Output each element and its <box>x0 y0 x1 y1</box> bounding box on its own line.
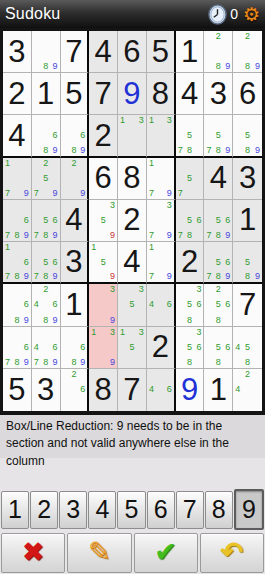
candidate-marks: 26 <box>61 369 88 411</box>
cell-r7c1[interactable]: 689 <box>3 284 32 326</box>
given-number: 7 <box>89 73 117 114</box>
given-number: 1 <box>204 369 232 411</box>
given-number: 4 <box>204 158 232 199</box>
cell-r1c2[interactable]: 89 <box>32 31 61 73</box>
candidate-marks: 3568 <box>176 327 204 368</box>
candidate-marks: 179 <box>147 242 174 282</box>
cell-r2c4[interactable]: 7 <box>89 73 118 115</box>
cell-r2c5[interactable]: 9 <box>118 73 147 115</box>
cell-r3c2[interactable]: 689 <box>32 115 61 157</box>
candidate-marks: 689 <box>3 284 31 325</box>
candidate-marks: 6789 <box>3 327 31 368</box>
candidate-marks: 29 <box>61 158 88 199</box>
candidate-marks: 13 <box>118 115 146 155</box>
entered-number: 9 <box>176 369 204 411</box>
numpad-2[interactable]: 2 <box>30 491 58 529</box>
candidate-marks: 689 <box>61 327 88 368</box>
checkmark-icon: ✔ <box>154 539 177 566</box>
cell-r1c5[interactable]: 6 <box>118 31 147 73</box>
numpad-6[interactable]: 6 <box>147 491 175 529</box>
cell-r5c4[interactable]: 359 <box>89 200 118 242</box>
cell-r5c3[interactable]: 4 <box>61 200 90 242</box>
given-number: 7 <box>118 369 146 411</box>
given-number: 2 <box>3 73 31 114</box>
candidate-marks: 159 <box>89 242 117 282</box>
cell-r6c8[interactable]: 56789 <box>204 242 233 284</box>
given-number: 8 <box>118 158 146 199</box>
numpad-5[interactable]: 5 <box>117 491 145 529</box>
cell-r7c2[interactable]: 24689 <box>32 284 61 326</box>
candidate-marks: 359 <box>89 200 117 241</box>
cell-r9c5[interactable]: 7 <box>118 369 147 411</box>
cell-r9c1[interactable]: 5 <box>3 369 32 411</box>
cell-r8c1[interactable]: 6789 <box>3 327 32 369</box>
cell-r7c3[interactable]: 1 <box>61 284 90 326</box>
cell-r6c1[interactable]: 16789 <box>3 242 32 284</box>
cell-r2c1[interactable]: 2 <box>3 73 32 115</box>
given-number: 1 <box>176 31 204 72</box>
given-number: 2 <box>147 327 174 368</box>
candidate-marks: 2579 <box>32 158 60 199</box>
pencil-button[interactable]: ✎ <box>67 533 131 573</box>
given-number: 3 <box>61 242 88 282</box>
candidate-marks: 179 <box>147 158 174 199</box>
cell-r5c6[interactable]: 379 <box>147 200 176 242</box>
cell-r2c2[interactable]: 1 <box>32 73 61 115</box>
candidate-marks: 56789 <box>32 242 60 282</box>
cell-r8c5[interactable]: 135 <box>118 327 147 369</box>
cell-r9c2[interactable]: 3 <box>32 369 61 411</box>
cell-r7c6[interactable]: 46 <box>147 284 176 326</box>
given-number: 3 <box>32 369 60 411</box>
cell-r8c7[interactable]: 3568 <box>176 327 205 369</box>
cell-r8c6[interactable]: 2 <box>147 327 176 369</box>
cell-r3c1[interactable]: 4 <box>3 115 32 157</box>
given-number: 7 <box>233 284 262 325</box>
given-number: 2 <box>89 115 117 155</box>
given-number: 5 <box>147 31 174 72</box>
candidate-marks: 578 <box>176 115 204 155</box>
given-number: 3 <box>233 158 262 199</box>
numpad-7[interactable]: 7 <box>176 491 204 529</box>
candidate-marks: 2568 <box>204 284 232 325</box>
given-number: 4 <box>89 31 117 72</box>
candidate-marks: 57 <box>176 158 204 199</box>
candidate-marks: 24 <box>233 369 262 411</box>
cell-r3c6[interactable]: 13 <box>147 115 176 157</box>
cell-r3c4[interactable]: 2 <box>89 115 118 157</box>
cell-r3c8[interactable]: 5789 <box>204 115 233 157</box>
cell-r6c3[interactable]: 3 <box>61 242 90 284</box>
gear-icon[interactable]: ⚙ <box>243 5 260 24</box>
entered-number: 9 <box>118 73 146 114</box>
numpad-8[interactable]: 8 <box>205 491 233 529</box>
pencil-icon: ✎ <box>88 539 111 566</box>
cell-r8c3[interactable]: 689 <box>61 327 90 369</box>
given-number: 4 <box>61 200 88 241</box>
given-number: 5 <box>61 73 88 114</box>
given-number: 2 <box>176 242 204 282</box>
given-number: 5 <box>3 369 31 411</box>
toolbar: ✖ ✎ ✔ ↶ <box>0 531 265 574</box>
cell-r4c9[interactable]: 3 <box>233 158 262 200</box>
candidate-marks: 13 <box>147 115 174 155</box>
candidate-marks: 589 <box>233 242 262 282</box>
cell-r9c8[interactable]: 1 <box>204 369 233 411</box>
red-x-icon: ✖ <box>22 539 45 566</box>
cell-r6c9[interactable]: 589 <box>233 242 262 284</box>
candidate-marks: 46 <box>147 284 174 325</box>
candidate-marks: 6789 <box>3 200 31 241</box>
title-bar: Sudoku 0 ⚙ <box>0 0 265 28</box>
cell-r4c4[interactable]: 6 <box>89 158 118 200</box>
given-number: 3 <box>204 73 232 114</box>
candidate-marks: 568 <box>204 327 232 368</box>
cell-r1c7[interactable]: 1 <box>176 31 205 73</box>
cell-r8c9[interactable]: 458 <box>233 327 262 369</box>
cell-r4c6[interactable]: 179 <box>147 158 176 200</box>
cell-r8c2[interactable]: 46789 <box>32 327 61 369</box>
cell-r9c9[interactable]: 24 <box>233 369 262 411</box>
cell-r5c5[interactable]: 2 <box>118 200 147 242</box>
candidate-marks: 39 <box>89 284 117 325</box>
cell-r6c6[interactable]: 179 <box>147 242 176 284</box>
cell-r1c6[interactable]: 5 <box>147 31 176 73</box>
candidate-marks: 458 <box>233 327 262 368</box>
timer-value: 0 <box>230 6 238 22</box>
undo-button[interactable]: ↶ <box>200 533 264 573</box>
numpad-3[interactable]: 3 <box>59 491 87 529</box>
cell-r9c7[interactable]: 9 <box>176 369 205 411</box>
given-number: 6 <box>118 31 146 72</box>
cell-r2c3[interactable]: 5 <box>61 73 90 115</box>
clock-icon <box>208 4 227 25</box>
given-number: 8 <box>89 369 117 411</box>
given-number: 6 <box>89 158 117 199</box>
candidate-marks: 89 <box>32 31 60 72</box>
cell-r5c8[interactable]: 56789 <box>204 200 233 242</box>
candidate-marks: 379 <box>147 200 174 241</box>
given-number: 4 <box>118 242 146 282</box>
cell-r4c2[interactable]: 2579 <box>32 158 61 200</box>
candidate-marks: 139 <box>89 327 117 368</box>
given-number: 7 <box>61 31 88 72</box>
cell-r3c9[interactable]: 589 <box>233 115 262 157</box>
cell-r9c4[interactable]: 8 <box>89 369 118 411</box>
cell-r7c5[interactable]: 35 <box>118 284 147 326</box>
given-number: 3 <box>3 31 31 72</box>
given-number: 2 <box>118 200 146 241</box>
cell-r3c7[interactable]: 578 <box>176 115 205 157</box>
cell-r2c7[interactable]: 4 <box>176 73 205 115</box>
cell-r1c3[interactable]: 7 <box>61 31 90 73</box>
candidate-marks: 5789 <box>204 115 232 155</box>
cell-r1c4[interactable]: 4 <box>89 31 118 73</box>
candidate-marks: 689 <box>32 115 60 155</box>
numpad-1[interactable]: 1 <box>1 491 29 529</box>
given-number: 1 <box>32 73 60 114</box>
cell-r7c8[interactable]: 2568 <box>204 284 233 326</box>
cell-r5c9[interactable]: 1 <box>233 200 262 242</box>
candidate-marks: 589 <box>233 115 262 155</box>
cell-r7c4[interactable]: 39 <box>89 284 118 326</box>
cell-r9c6[interactable]: 46 <box>147 369 176 411</box>
candidate-marks: 24689 <box>32 284 60 325</box>
cell-r1c8[interactable]: 289 <box>204 31 233 73</box>
candidate-marks: 35 <box>118 284 146 325</box>
numpad-9-selected[interactable]: 9 <box>234 489 264 530</box>
candidate-marks: 56789 <box>204 242 232 282</box>
sudoku-grid: 3897465128928921579843646896892131357857… <box>0 28 265 415</box>
candidate-marks: 3568 <box>176 284 204 325</box>
candidate-marks: 179 <box>3 158 31 199</box>
candidate-marks: 689 <box>61 115 88 155</box>
candidate-marks: 289 <box>204 31 232 72</box>
cell-r5c2[interactable]: 56789 <box>32 200 61 242</box>
cell-r3c3[interactable]: 689 <box>61 115 90 157</box>
cell-r1c9[interactable]: 289 <box>233 31 262 73</box>
cell-r2c9[interactable]: 6 <box>233 73 262 115</box>
candidate-marks: 56789 <box>204 200 232 241</box>
check-button[interactable]: ✔ <box>134 533 198 573</box>
candidate-marks: 46789 <box>32 327 60 368</box>
candidate-marks: 5678 <box>176 200 204 241</box>
cell-r6c7[interactable]: 2 <box>176 242 205 284</box>
cell-r4c8[interactable]: 4 <box>204 158 233 200</box>
cell-r4c1[interactable]: 179 <box>3 158 32 200</box>
hint-text: Box/Line Reduction: 9 needs to be in the… <box>0 415 265 458</box>
app-title: Sudoku <box>5 5 60 23</box>
cell-r7c9[interactable]: 7 <box>233 284 262 326</box>
given-number: 8 <box>147 73 174 114</box>
given-number: 4 <box>176 73 204 114</box>
cell-r6c4[interactable]: 159 <box>89 242 118 284</box>
given-number: 6 <box>233 73 262 114</box>
cell-r4c5[interactable]: 8 <box>118 158 147 200</box>
cell-r5c7[interactable]: 5678 <box>176 200 205 242</box>
cell-r5c1[interactable]: 6789 <box>3 200 32 242</box>
given-number: 4 <box>3 115 31 155</box>
delete-button[interactable]: ✖ <box>1 533 65 573</box>
cell-r2c6[interactable]: 8 <box>147 73 176 115</box>
given-number: 1 <box>61 284 88 325</box>
candidate-marks: 135 <box>118 327 146 368</box>
cell-r6c2[interactable]: 56789 <box>32 242 61 284</box>
cell-r7c7[interactable]: 3568 <box>176 284 205 326</box>
numpad-4[interactable]: 4 <box>88 491 116 529</box>
given-number: 1 <box>233 200 262 241</box>
cell-r3c5[interactable]: 13 <box>118 115 147 157</box>
candidate-marks: 46 <box>147 369 174 411</box>
candidate-marks: 289 <box>233 31 262 72</box>
cell-r4c3[interactable]: 29 <box>61 158 90 200</box>
cell-r9c3[interactable]: 26 <box>61 369 90 411</box>
number-pad: 123456789 <box>0 488 265 531</box>
cell-r1c1[interactable]: 3 <box>3 31 32 73</box>
candidate-marks: 56789 <box>32 200 60 241</box>
cell-r2c8[interactable]: 3 <box>204 73 233 115</box>
cell-r6c5[interactable]: 4 <box>118 242 147 284</box>
cell-r4c7[interactable]: 57 <box>176 158 205 200</box>
undo-arrow-icon: ↶ <box>221 539 244 566</box>
cell-r8c8[interactable]: 568 <box>204 327 233 369</box>
candidate-marks: 16789 <box>3 242 31 282</box>
cell-r8c4[interactable]: 139 <box>89 327 118 369</box>
